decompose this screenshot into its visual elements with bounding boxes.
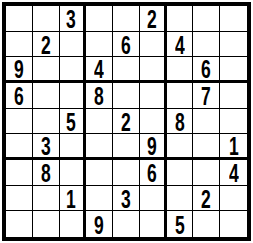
- cell-r7c4[interactable]: [86, 160, 113, 186]
- given-digit: 6: [14, 83, 24, 109]
- cell-r6c6[interactable]: 9: [140, 134, 167, 160]
- cell-r5c3[interactable]: 5: [60, 109, 87, 135]
- cell-r2c7[interactable]: 4: [167, 32, 194, 58]
- cell-r7c6[interactable]: 6: [140, 160, 167, 186]
- cell-r9c4[interactable]: 9: [86, 211, 113, 237]
- cell-r6c4[interactable]: [86, 134, 113, 160]
- cell-r2c1[interactable]: [6, 32, 33, 58]
- given-digit: 7: [201, 83, 211, 109]
- cell-r5c9[interactable]: [220, 109, 247, 135]
- cell-r5c6[interactable]: [140, 109, 167, 135]
- cell-r9c1[interactable]: [6, 211, 33, 237]
- given-digit: 2: [121, 109, 131, 135]
- given-digit: 8: [94, 83, 104, 109]
- cell-r7c5[interactable]: [113, 160, 140, 186]
- given-digit: 3: [41, 134, 51, 159]
- cell-r1c4[interactable]: [86, 6, 113, 32]
- cell-r9c7[interactable]: 5: [167, 211, 194, 237]
- cell-r8c2[interactable]: [33, 186, 60, 212]
- sudoku-board: 3226494668752839186413295: [2, 2, 251, 241]
- cell-r1c1[interactable]: [6, 6, 33, 32]
- cell-r9c3[interactable]: [60, 211, 87, 237]
- given-digit: 5: [67, 109, 77, 135]
- cell-r8c4[interactable]: [86, 186, 113, 212]
- cell-r5c4[interactable]: [86, 109, 113, 135]
- cell-r8c3[interactable]: 1: [60, 186, 87, 212]
- cell-r1c7[interactable]: [167, 6, 194, 32]
- cell-r6c2[interactable]: 3: [33, 134, 60, 160]
- cell-r4c6[interactable]: [140, 83, 167, 109]
- cell-r6c5[interactable]: [113, 134, 140, 160]
- given-digit: 8: [41, 160, 51, 186]
- cell-r3c2[interactable]: [33, 57, 60, 83]
- cell-r6c9[interactable]: 1: [220, 134, 247, 160]
- cell-r2c9[interactable]: [220, 32, 247, 58]
- cell-r8c6[interactable]: [140, 186, 167, 212]
- cell-r2c3[interactable]: [60, 32, 87, 58]
- given-digit: 3: [121, 186, 131, 212]
- given-digit: 1: [67, 186, 77, 212]
- cell-r7c8[interactable]: [193, 160, 220, 186]
- cell-r3c4[interactable]: 4: [86, 57, 113, 83]
- cell-r1c5[interactable]: [113, 6, 140, 32]
- given-digit: 6: [147, 160, 157, 186]
- given-digit: 4: [175, 32, 185, 58]
- cell-r8c9[interactable]: [220, 186, 247, 212]
- cell-r4c4[interactable]: 8: [86, 83, 113, 109]
- cell-r6c8[interactable]: [193, 134, 220, 160]
- given-digit: 2: [147, 6, 157, 32]
- cell-r7c7[interactable]: [167, 160, 194, 186]
- cell-r9c9[interactable]: [220, 211, 247, 237]
- cell-r9c8[interactable]: [193, 211, 220, 237]
- cell-r4c8[interactable]: 7: [193, 83, 220, 109]
- cell-r8c8[interactable]: 2: [193, 186, 220, 212]
- cell-r4c9[interactable]: [220, 83, 247, 109]
- cell-r7c2[interactable]: 8: [33, 160, 60, 186]
- cell-r3c8[interactable]: 6: [193, 57, 220, 83]
- cell-r3c5[interactable]: [113, 57, 140, 83]
- cell-r7c9[interactable]: 4: [220, 160, 247, 186]
- cell-r5c1[interactable]: [6, 109, 33, 135]
- cell-r4c7[interactable]: [167, 83, 194, 109]
- cell-r1c8[interactable]: [193, 6, 220, 32]
- cell-r1c3[interactable]: 3: [60, 6, 87, 32]
- cell-r3c6[interactable]: [140, 57, 167, 83]
- given-digit: 6: [121, 32, 131, 58]
- cell-r4c1[interactable]: 6: [6, 83, 33, 109]
- cell-r2c5[interactable]: 6: [113, 32, 140, 58]
- cell-r4c2[interactable]: [33, 83, 60, 109]
- cell-r1c6[interactable]: 2: [140, 6, 167, 32]
- given-digit: 6: [201, 57, 211, 82]
- given-digit: 2: [41, 32, 51, 58]
- cell-r4c5[interactable]: [113, 83, 140, 109]
- cell-r4c3[interactable]: [60, 83, 87, 109]
- cell-r5c7[interactable]: 8: [167, 109, 194, 135]
- cell-r5c8[interactable]: [193, 109, 220, 135]
- given-digit: 1: [229, 134, 239, 159]
- cell-r3c3[interactable]: [60, 57, 87, 83]
- cell-r2c2[interactable]: 2: [33, 32, 60, 58]
- given-digit: 4: [229, 160, 239, 186]
- cell-r8c1[interactable]: [6, 186, 33, 212]
- cell-r8c7[interactable]: [167, 186, 194, 212]
- cell-r9c5[interactable]: [113, 211, 140, 237]
- cell-r3c7[interactable]: [167, 57, 194, 83]
- cell-r1c2[interactable]: [33, 6, 60, 32]
- cell-r3c9[interactable]: [220, 57, 247, 83]
- given-digit: 9: [14, 57, 24, 82]
- given-digit: 3: [67, 6, 77, 32]
- cell-r2c4[interactable]: [86, 32, 113, 58]
- cell-r5c2[interactable]: [33, 109, 60, 135]
- given-digit: 9: [94, 211, 104, 237]
- cell-r2c6[interactable]: [140, 32, 167, 58]
- cell-r7c1[interactable]: [6, 160, 33, 186]
- cell-r3c1[interactable]: 9: [6, 57, 33, 83]
- cell-r1c9[interactable]: [220, 6, 247, 32]
- cell-r9c2[interactable]: [33, 211, 60, 237]
- given-digit: 5: [175, 211, 185, 237]
- cell-r9c6[interactable]: [140, 211, 167, 237]
- cell-r7c3[interactable]: [60, 160, 87, 186]
- cell-r6c1[interactable]: [6, 134, 33, 160]
- cell-r2c8[interactable]: [193, 32, 220, 58]
- given-digit: 2: [201, 186, 211, 212]
- given-digit: 8: [175, 109, 185, 135]
- given-digit: 4: [94, 57, 104, 82]
- cell-r8c5[interactable]: 3: [113, 186, 140, 212]
- cell-r6c7[interactable]: [167, 134, 194, 160]
- cell-r6c3[interactable]: [60, 134, 87, 160]
- given-digit: 9: [147, 134, 157, 159]
- cell-r5c5[interactable]: 2: [113, 109, 140, 135]
